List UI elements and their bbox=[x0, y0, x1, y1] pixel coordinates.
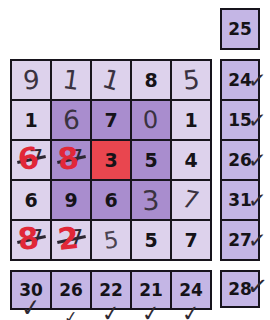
sum-value: 15 bbox=[228, 110, 252, 130]
given-digit: 7 bbox=[104, 109, 117, 131]
grid-cell-r4c4[interactable]: 3 bbox=[131, 180, 171, 220]
given-digit: 7 bbox=[184, 229, 197, 251]
given-digit: 1 bbox=[184, 109, 197, 131]
handwritten-digit: 0 bbox=[143, 107, 160, 132]
diagonal-sum-bottom-right-value: 28 bbox=[228, 279, 252, 299]
given-digit: 4 bbox=[184, 149, 197, 171]
given-digit: 6 bbox=[104, 189, 117, 211]
handwritten-digit: 7 bbox=[180, 187, 203, 213]
sum-value: 22 bbox=[99, 280, 123, 300]
grid-cell-r3c3[interactable]: 3 bbox=[91, 140, 131, 180]
checkmark-icon: ✓ bbox=[63, 308, 79, 320]
grid-cell-r3c5[interactable]: 4 bbox=[171, 140, 211, 180]
grid-cell-r3c4[interactable]: 5 bbox=[131, 140, 171, 180]
given-digit: 5 bbox=[144, 149, 157, 171]
grid-cell-r1c3[interactable]: 1 bbox=[91, 60, 131, 100]
grid-cell-r1c2[interactable]: 1 bbox=[51, 60, 91, 100]
puzzle-grid: 91185167017678354696377872557 bbox=[10, 59, 212, 261]
sum-value: 26 bbox=[228, 150, 252, 170]
grid-cell-r5c1[interactable]: 78 bbox=[11, 220, 51, 260]
col-sums-row-cell-4: 21✓ bbox=[131, 271, 171, 309]
grid-cell-r4c3[interactable]: 6 bbox=[91, 180, 131, 220]
diagonal-sum-bottom-right: 28 ✓ bbox=[220, 270, 260, 308]
row-sums-column-cell-1: 24✓ bbox=[221, 60, 259, 100]
grid-cell-r1c4[interactable]: 8 bbox=[131, 60, 171, 100]
handwritten-digit: 9 bbox=[22, 66, 40, 93]
col-sums-row-cell-2: 26✓ bbox=[51, 271, 91, 309]
grid-cell-r2c1[interactable]: 1 bbox=[11, 100, 51, 140]
handwritten-digit: 5 bbox=[102, 228, 120, 253]
grid-cell-r5c3[interactable]: 5 bbox=[91, 220, 131, 260]
row-sums-column-cell-2: 15✓ bbox=[221, 100, 259, 140]
checkmark-icon: ✓ bbox=[141, 302, 162, 320]
sum-value: 26 bbox=[59, 280, 83, 300]
grid-cell-r2c2[interactable]: 6 bbox=[51, 100, 91, 140]
row-sums-column-cell-5: 27✓ bbox=[221, 220, 259, 260]
grid-cell-r2c4[interactable]: 0 bbox=[131, 100, 171, 140]
diagonal-sum-top-right: 25 bbox=[220, 8, 260, 50]
grid-cell-r4c2[interactable]: 9 bbox=[51, 180, 91, 220]
col-sums-row: 30✓26✓22✓21✓24✓ bbox=[10, 270, 212, 310]
grid-cell-r2c3[interactable]: 7 bbox=[91, 100, 131, 140]
checkmark-icon: ✓ bbox=[181, 302, 202, 320]
row-sums-column-cell-3: 26✓ bbox=[221, 140, 259, 180]
handwritten-digit: 3 bbox=[141, 186, 160, 214]
puzzle-page: 25 91185167017678354696377872557 24✓15✓2… bbox=[0, 0, 270, 320]
red-correction-digit: 2 bbox=[56, 223, 80, 255]
handwritten-digit: 1 bbox=[61, 66, 81, 94]
col-sums-row-cell-3: 22✓ bbox=[91, 271, 131, 309]
grid-cell-r1c1[interactable]: 9 bbox=[11, 60, 51, 100]
row-sums-column-cell-4: 31✓ bbox=[221, 180, 259, 220]
diagonal-sum-top-right-value: 25 bbox=[228, 19, 252, 39]
grid-cell-r5c2[interactable]: 72 bbox=[51, 220, 91, 260]
grid-cell-r5c4[interactable]: 5 bbox=[131, 220, 171, 260]
given-digit: 6 bbox=[24, 189, 37, 211]
sum-value: 30 bbox=[19, 280, 43, 300]
given-digit: 5 bbox=[144, 229, 157, 251]
col-sums-row-cell-5: 24✓ bbox=[171, 271, 211, 309]
sum-value: 21 bbox=[139, 280, 163, 300]
sum-value: 31 bbox=[228, 190, 252, 210]
red-correction-digit: 8 bbox=[56, 143, 80, 175]
grid-cell-r5c5[interactable]: 7 bbox=[171, 220, 211, 260]
given-digit: 1 bbox=[24, 109, 37, 131]
grid-cell-r1c5[interactable]: 5 bbox=[171, 60, 211, 100]
sum-value: 24 bbox=[179, 280, 203, 300]
sum-value: 27 bbox=[228, 230, 252, 250]
red-correction-digit: 8 bbox=[16, 223, 40, 255]
handwritten-digit: 5 bbox=[181, 66, 200, 94]
col-sums-row-cell-1: 30✓ bbox=[11, 271, 51, 309]
given-digit: 9 bbox=[64, 189, 77, 211]
grid-cell-r3c1[interactable]: 76 bbox=[11, 140, 51, 180]
grid-cell-r4c5[interactable]: 7 bbox=[171, 180, 211, 220]
handwritten-digit: 6 bbox=[62, 106, 80, 133]
given-digit: 8 bbox=[144, 69, 157, 91]
grid-cell-r2c5[interactable]: 1 bbox=[171, 100, 211, 140]
row-sums-column: 24✓15✓26✓31✓27✓ bbox=[220, 59, 260, 261]
sum-value: 24 bbox=[228, 70, 252, 90]
red-correction-digit: 6 bbox=[16, 143, 40, 175]
grid-cell-r4c1[interactable]: 6 bbox=[11, 180, 51, 220]
grid-cell-r3c2[interactable]: 78 bbox=[51, 140, 91, 180]
checkmark-icon: ✓ bbox=[101, 302, 122, 320]
given-digit: 3 bbox=[104, 149, 117, 171]
handwritten-digit: 1 bbox=[99, 65, 122, 95]
